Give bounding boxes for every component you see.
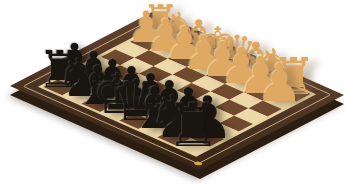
piece-black-rook[interactable]: ♜ [166,95,220,155]
piece-white-pawn[interactable]: ♟ [256,57,303,109]
corner-medallion [193,161,204,166]
product-photo-stage: ♜♞♝♛♚♝♞♜♟♟♟♟♟♟♟♟♟♟♟♟♟♟♟♟♜♞♝♛♚♝♞♜ [0,0,350,184]
